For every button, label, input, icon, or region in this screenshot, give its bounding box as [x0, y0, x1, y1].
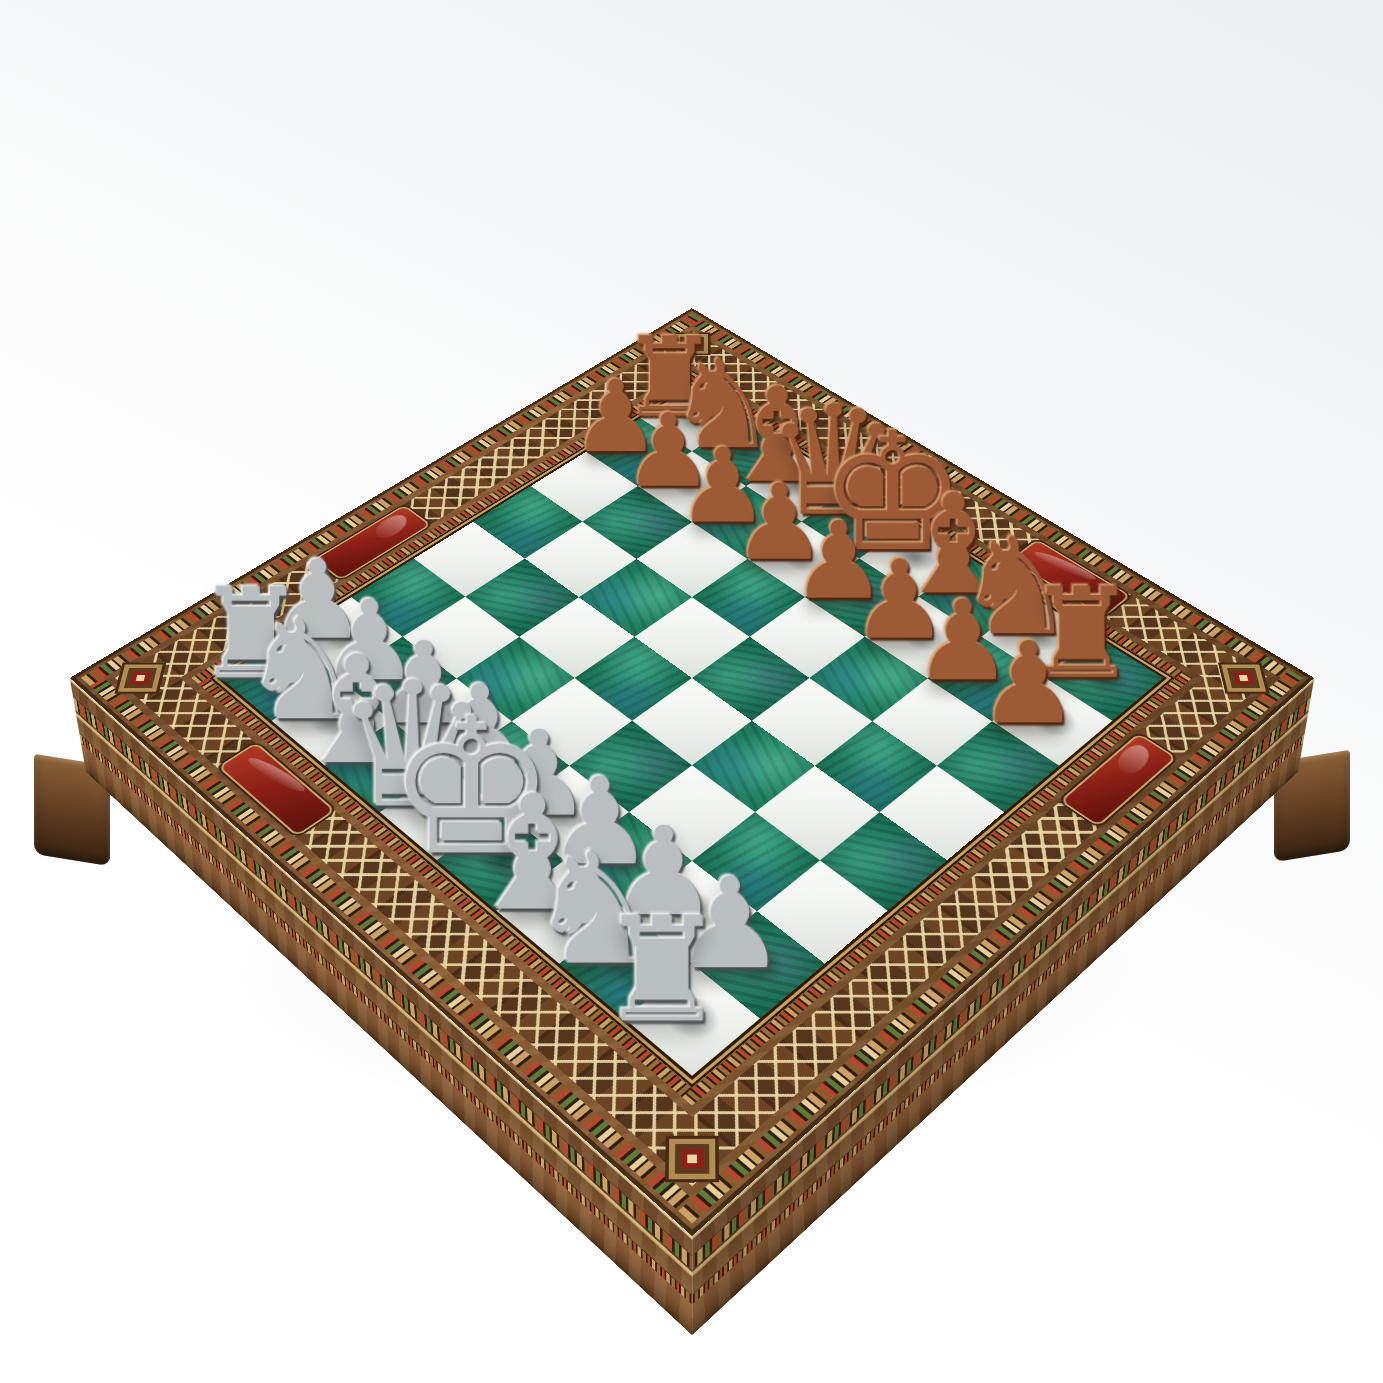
white-rook-h1[interactable]: ♜: [597, 897, 727, 1042]
board-top-surface: ♜♞♝♛♚♝♞♜♟♟♟♟♟♟♟♟♟♟♟♟♟♟♟♟♜♞♝♛♚♝♞♜: [69, 308, 1314, 1236]
black-pawn-h7[interactable]: ♟: [978, 626, 1079, 739]
scene: ♜♞♝♛♚♝♞♜♟♟♟♟♟♟♟♟♟♟♟♟♟♟♟♟♜♞♝♛♚♝♞♜: [0, 0, 1383, 1383]
chess-board: ♜♞♝♛♚♝♞♜♟♟♟♟♟♟♟♟♟♟♟♟♟♟♟♟♜♞♝♛♚♝♞♜: [69, 308, 1314, 1236]
perspective-wrapper: ♜♞♝♛♚♝♞♜♟♟♟♟♟♟♟♟♟♟♟♟♟♟♟♟♜♞♝♛♚♝♞♜: [0, 0, 1383, 1383]
